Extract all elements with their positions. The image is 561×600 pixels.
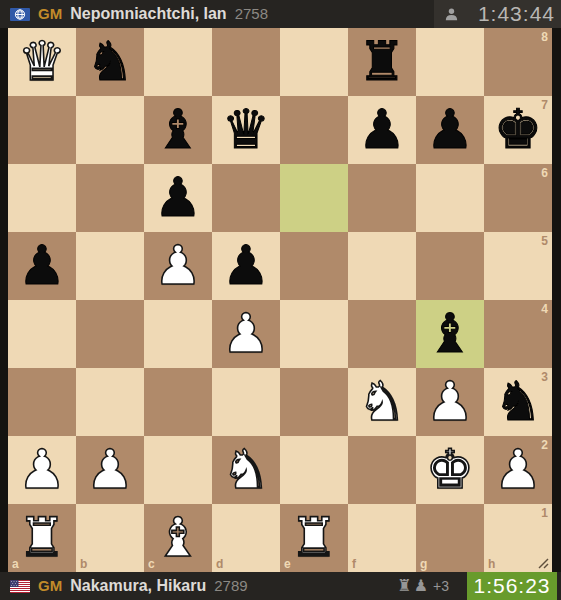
rank-label-8: 8 (541, 30, 548, 44)
square-d4[interactable]: ♟ (212, 300, 280, 368)
square-c2[interactable] (144, 436, 212, 504)
united-states-flag-icon (10, 580, 30, 593)
square-f1[interactable]: f (348, 504, 416, 572)
white-pawn[interactable]: ♟ (416, 368, 484, 436)
material-advantage: ♜ ♟ +3 (397, 578, 449, 594)
square-f3[interactable]: ♞ (348, 368, 416, 436)
bottom-player-title: GM (38, 577, 62, 594)
top-player-bar: GM Nepomniachtchi, Ian 2758 1:43:44 (0, 0, 561, 28)
square-h8[interactable]: 8 (484, 28, 552, 96)
square-c7[interactable]: ♝ (144, 96, 212, 164)
square-a4[interactable] (8, 300, 76, 368)
white-rook[interactable]: ♜ (8, 504, 76, 572)
captured-rook-icon: ♜ (397, 578, 411, 594)
square-f6[interactable] (348, 164, 416, 232)
square-a7[interactable] (8, 96, 76, 164)
square-a8[interactable]: ♛ (8, 28, 76, 96)
board-resize-handle-icon[interactable] (537, 557, 549, 569)
square-f2[interactable] (348, 436, 416, 504)
square-e4[interactable] (280, 300, 348, 368)
rank-label-4: 4 (541, 302, 548, 316)
white-pawn[interactable]: ♟ (76, 436, 144, 504)
square-c6[interactable]: ♟ (144, 164, 212, 232)
square-h4[interactable]: 4 (484, 300, 552, 368)
black-pawn[interactable]: ♟ (212, 232, 280, 300)
square-b6[interactable] (76, 164, 144, 232)
square-c1[interactable]: ♝c (144, 504, 212, 572)
captured-pawn-icon: ♟ (414, 578, 428, 594)
file-label-f: f (352, 557, 356, 571)
square-g3[interactable]: ♟ (416, 368, 484, 436)
square-b3[interactable] (76, 368, 144, 436)
bottom-player-rating: 2789 (214, 577, 247, 594)
black-pawn[interactable]: ♟ (348, 96, 416, 164)
square-b2[interactable]: ♟ (76, 436, 144, 504)
square-g5[interactable] (416, 232, 484, 300)
square-b4[interactable] (76, 300, 144, 368)
square-c4[interactable] (144, 300, 212, 368)
top-player-title: GM (38, 5, 62, 22)
square-h7[interactable]: ♚7 (484, 96, 552, 164)
square-f5[interactable] (348, 232, 416, 300)
rank-label-5: 5 (541, 234, 548, 248)
square-f7[interactable]: ♟ (348, 96, 416, 164)
square-a5[interactable]: ♟ (8, 232, 76, 300)
top-player-link[interactable]: GM Nepomniachtchi, Ian 2758 (38, 5, 268, 23)
white-rook[interactable]: ♜ (280, 504, 348, 572)
black-pawn[interactable]: ♟ (144, 164, 212, 232)
top-player-rating: 2758 (235, 5, 268, 22)
white-pawn[interactable]: ♟ (212, 300, 280, 368)
square-g1[interactable]: g (416, 504, 484, 572)
square-g6[interactable] (416, 164, 484, 232)
square-a3[interactable] (8, 368, 76, 436)
white-bishop[interactable]: ♝ (144, 504, 212, 572)
square-e7[interactable] (280, 96, 348, 164)
white-king[interactable]: ♚ (416, 436, 484, 504)
square-d5[interactable]: ♟ (212, 232, 280, 300)
black-rook[interactable]: ♜ (348, 28, 416, 96)
square-h6[interactable]: 6 (484, 164, 552, 232)
world-flag-icon (10, 8, 30, 21)
square-e8[interactable] (280, 28, 348, 96)
black-king[interactable]: ♚ (484, 96, 552, 164)
square-e2[interactable] (280, 436, 348, 504)
top-clock: 1:43:44 (434, 0, 561, 28)
square-b5[interactable] (76, 232, 144, 300)
top-player-name: Nepomniachtchi, Ian (70, 5, 226, 23)
square-g2[interactable]: ♚ (416, 436, 484, 504)
square-e5[interactable] (280, 232, 348, 300)
white-pawn[interactable]: ♟ (484, 436, 552, 504)
square-g7[interactable]: ♟ (416, 96, 484, 164)
bottom-player-name: Nakamura, Hikaru (70, 577, 206, 595)
square-c5[interactable]: ♟ (144, 232, 212, 300)
rank-label-6: 6 (541, 166, 548, 180)
white-knight[interactable]: ♞ (348, 368, 416, 436)
square-g8[interactable] (416, 28, 484, 96)
square-d6[interactable] (212, 164, 280, 232)
black-knight[interactable]: ♞ (76, 28, 144, 96)
bottom-clock-active: 1:56:23 (467, 572, 557, 600)
bottom-clock-time: 1:56:23 (467, 574, 557, 598)
white-knight[interactable]: ♞ (212, 436, 280, 504)
square-f8[interactable]: ♜ (348, 28, 416, 96)
rank-label-1: 1 (541, 506, 548, 520)
white-pawn[interactable]: ♟ (8, 436, 76, 504)
square-e6[interactable] (280, 164, 348, 232)
square-d7[interactable]: ♛ (212, 96, 280, 164)
presence-bust-icon (444, 7, 459, 22)
bottom-player-bar: GM Nakamura, Hikaru 2789 ♜ ♟ +3 1:56:23 (0, 572, 561, 600)
top-clock-time: 1:43:44 (459, 2, 555, 26)
square-d1[interactable]: d (212, 504, 280, 572)
file-label-g: g (420, 557, 427, 571)
square-h5[interactable]: 5 (484, 232, 552, 300)
square-h1[interactable]: 1h (484, 504, 552, 572)
square-d2[interactable]: ♞ (212, 436, 280, 504)
bottom-player-link[interactable]: GM Nakamura, Hikaru 2789 (38, 577, 248, 595)
square-a1[interactable]: ♜a (8, 504, 76, 572)
square-c3[interactable] (144, 368, 212, 436)
white-pawn[interactable]: ♟ (144, 232, 212, 300)
square-g4[interactable]: ♝ (416, 300, 484, 368)
file-label-b: b (80, 557, 87, 571)
square-e1[interactable]: ♜e (280, 504, 348, 572)
square-f4[interactable] (348, 300, 416, 368)
black-knight[interactable]: ♞ (484, 368, 552, 436)
chess-board: ♛♞♜8♝♛♟♟♚7♟6♟♟♟5♟♝4♞♟♞3♟♟♞♚♟2♜ab♝cd♜efg1… (8, 28, 552, 572)
square-d8[interactable] (212, 28, 280, 96)
square-h2[interactable]: ♟2 (484, 436, 552, 504)
file-label-h: h (488, 557, 495, 571)
black-bishop[interactable]: ♝ (416, 300, 484, 368)
square-a2[interactable]: ♟ (8, 436, 76, 504)
black-pawn[interactable]: ♟ (416, 96, 484, 164)
black-pawn[interactable]: ♟ (8, 232, 76, 300)
file-label-d: d (216, 557, 223, 571)
square-b1[interactable]: b (76, 504, 144, 572)
square-b8[interactable]: ♞ (76, 28, 144, 96)
white-queen[interactable]: ♛ (8, 28, 76, 96)
square-b7[interactable] (76, 96, 144, 164)
material-advantage-value: +3 (433, 578, 449, 594)
board-area: ♛♞♜8♝♛♟♟♚7♟6♟♟♟5♟♝4♞♟♞3♟♟♞♚♟2♜ab♝cd♜efg1… (0, 28, 561, 572)
square-h3[interactable]: ♞3 (484, 368, 552, 436)
black-queen[interactable]: ♛ (212, 96, 280, 164)
square-e3[interactable] (280, 368, 348, 436)
square-d3[interactable] (212, 368, 280, 436)
square-c8[interactable] (144, 28, 212, 96)
black-bishop[interactable]: ♝ (144, 96, 212, 164)
square-a6[interactable] (8, 164, 76, 232)
